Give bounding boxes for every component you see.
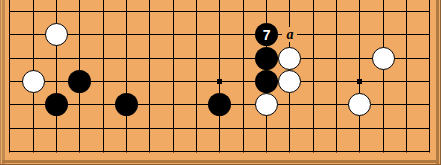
intersection (162, 23, 185, 46)
intersection (348, 93, 371, 116)
intersection (22, 93, 45, 116)
intersection (92, 23, 115, 46)
intersection (115, 23, 138, 46)
black-stone (255, 70, 278, 93)
white-stone (255, 93, 278, 116)
intersection (278, 70, 301, 93)
black-stone (255, 47, 278, 70)
intersection (68, 70, 91, 93)
intersection (395, 117, 418, 140)
intersection (115, 0, 138, 23)
intersection (372, 23, 395, 46)
intersection (348, 23, 371, 46)
intersection (68, 93, 91, 116)
intersection (302, 23, 325, 46)
intersection (115, 93, 138, 116)
intersection (138, 0, 161, 23)
intersection (185, 0, 208, 23)
intersection (22, 47, 45, 70)
intersection (185, 47, 208, 70)
intersection (45, 70, 68, 93)
black-stone (45, 93, 68, 116)
intersection (92, 70, 115, 93)
intersection (68, 0, 91, 23)
board-outer-edge-bottom (0, 164, 441, 165)
black-stone (68, 70, 91, 93)
star-point-marker (217, 79, 222, 84)
intersection (278, 47, 301, 70)
intersection (348, 70, 371, 93)
board-outer-edge-left (0, 0, 1, 165)
intersection (92, 93, 115, 116)
intersection (138, 93, 161, 116)
intersection (302, 117, 325, 140)
intersection (208, 93, 231, 116)
intersection (325, 47, 348, 70)
board-edge-shadow-left (2, 0, 5, 165)
intersection (115, 47, 138, 70)
intersection (395, 93, 418, 116)
intersection (348, 0, 371, 23)
intersection (185, 117, 208, 140)
intersection (45, 93, 68, 116)
intersection (325, 23, 348, 46)
point-label-a: a (282, 27, 297, 42)
board-edge-shadow-right (436, 0, 439, 165)
star-point-marker (357, 79, 362, 84)
intersection (302, 47, 325, 70)
intersection (185, 93, 208, 116)
intersection (232, 0, 255, 23)
intersection (185, 70, 208, 93)
intersection (115, 117, 138, 140)
intersection (278, 93, 301, 116)
intersection (115, 70, 138, 93)
intersection (278, 117, 301, 140)
intersection (45, 0, 68, 23)
intersection (138, 47, 161, 70)
intersection (232, 117, 255, 140)
intersection (208, 117, 231, 140)
intersection (395, 70, 418, 93)
intersection (92, 117, 115, 140)
intersection (208, 23, 231, 46)
intersection (255, 70, 278, 93)
intersection (372, 117, 395, 140)
intersection (45, 23, 68, 46)
intersection (395, 23, 418, 46)
intersection (255, 117, 278, 140)
intersection (325, 70, 348, 93)
intersection (232, 93, 255, 116)
intersection (255, 47, 278, 70)
intersection (138, 70, 161, 93)
intersection (22, 117, 45, 140)
white-stone (45, 23, 68, 46)
intersection (208, 0, 231, 23)
intersection (45, 117, 68, 140)
intersection (162, 93, 185, 116)
intersection (325, 93, 348, 116)
intersection (45, 47, 68, 70)
intersection (22, 23, 45, 46)
intersection (68, 23, 91, 46)
intersection (232, 23, 255, 46)
intersection (162, 47, 185, 70)
black-stone (115, 93, 138, 116)
white-stone (22, 70, 45, 93)
intersection (325, 0, 348, 23)
intersection (395, 47, 418, 70)
intersection (348, 47, 371, 70)
go-diagram: 7a (0, 0, 441, 165)
intersection (92, 47, 115, 70)
intersection (372, 93, 395, 116)
intersection (232, 47, 255, 70)
intersection (138, 117, 161, 140)
intersection (325, 117, 348, 140)
intersection (162, 70, 185, 93)
intersection (162, 117, 185, 140)
intersection (22, 0, 45, 23)
intersection (208, 47, 231, 70)
board-grid: 7a (0, 0, 441, 163)
intersection (138, 23, 161, 46)
intersection (208, 70, 231, 93)
intersection (232, 70, 255, 93)
intersection (372, 47, 395, 70)
board-edge-shadow-bottom (2, 160, 439, 163)
intersection (302, 0, 325, 23)
intersection (348, 117, 371, 140)
intersection (395, 0, 418, 23)
intersection (68, 47, 91, 70)
intersection (302, 93, 325, 116)
intersection (372, 70, 395, 93)
white-stone (372, 47, 395, 70)
white-stone (278, 47, 301, 70)
intersection (255, 93, 278, 116)
intersection (372, 0, 395, 23)
black-stone-move-7: 7 (255, 23, 278, 46)
white-stone (348, 93, 371, 116)
intersection (162, 0, 185, 23)
intersection (22, 70, 45, 93)
intersection (255, 0, 278, 23)
intersection (302, 70, 325, 93)
intersection (92, 0, 115, 23)
intersection: a (278, 23, 301, 46)
intersection (185, 23, 208, 46)
black-stone (208, 93, 231, 116)
intersection (68, 117, 91, 140)
intersection (278, 0, 301, 23)
white-stone (278, 70, 301, 93)
intersection: 7 (255, 23, 278, 46)
